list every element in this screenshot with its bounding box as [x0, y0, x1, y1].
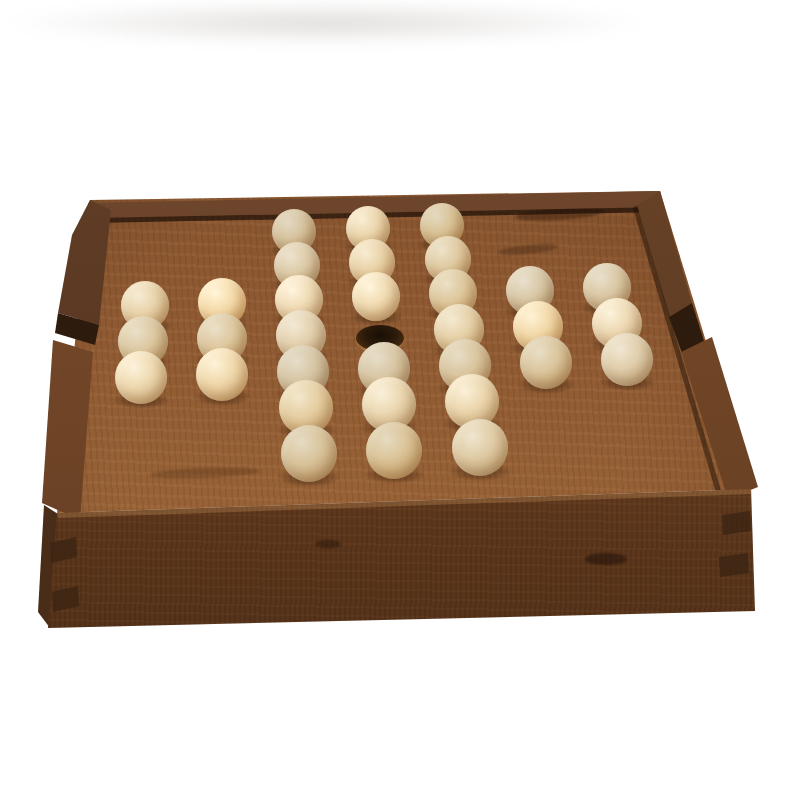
peg-d3[interactable] — [352, 272, 400, 321]
wooden-ball — [366, 422, 422, 479]
wooden-ball — [281, 425, 337, 482]
box-ground-shadow — [0, 0, 650, 46]
wood-grain-knot — [315, 540, 341, 548]
wooden-ball — [352, 272, 400, 321]
peg-solitaire-product-photo — [0, 0, 800, 800]
peg-d7[interactable] — [366, 422, 422, 479]
wooden-ball — [115, 351, 167, 404]
wooden-ball — [196, 348, 248, 401]
wood-grain-knot — [150, 466, 260, 480]
peg-f5[interactable] — [520, 336, 572, 389]
peg-b5[interactable] — [196, 348, 248, 401]
wood-grain-knot — [515, 205, 606, 223]
wooden-ball — [520, 336, 572, 389]
peg-e7[interactable] — [452, 419, 508, 476]
wooden-ball — [452, 419, 508, 476]
peg-a5[interactable] — [115, 351, 167, 404]
peg-g5[interactable] — [601, 333, 653, 386]
wooden-ball — [601, 333, 653, 386]
peg-c7[interactable] — [281, 425, 337, 482]
wood-grain-knot — [585, 553, 627, 565]
wood-grain-knot — [498, 242, 559, 257]
